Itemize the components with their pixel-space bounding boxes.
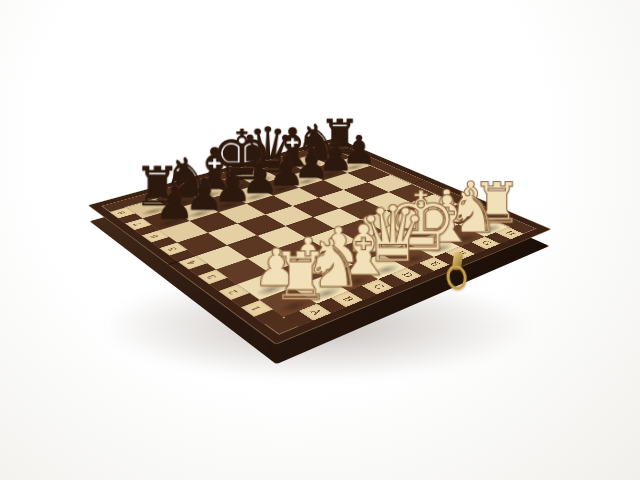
rank-label-3: 3 [206,274,220,280]
piece-black-pawn[interactable]: ♟ [154,181,194,226]
piece-white-rook[interactable]: ♜ [271,244,330,310]
product-photo: ♜♞♝♚♛♝♞♜♟♟♟♟♟♟♟♟♟♟♟♟♟♟♟♟♜♞♝♛♚♝♞♜ ABCDEFG… [0,0,640,480]
brass-clasp [437,250,477,300]
clasp-hook [445,263,469,291]
rank-label-4: 4 [186,260,199,266]
rank-label-7: 7 [132,222,144,227]
rank-label-6: 6 [149,234,162,239]
rank-label-2: 2 [227,289,241,296]
chess-board: ♜♞♝♚♛♝♞♜♟♟♟♟♟♟♟♟♟♟♟♟♟♟♟♟♜♞♝♛♚♝♞♜ ABCDEFG… [148,52,478,382]
rank-label-5: 5 [167,246,180,251]
